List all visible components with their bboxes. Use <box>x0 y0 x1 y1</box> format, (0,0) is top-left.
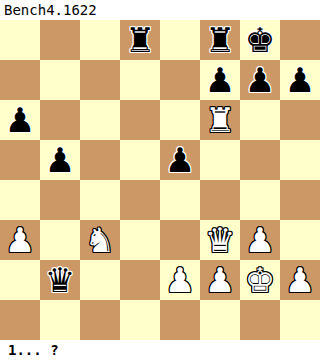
black-pawn: ♟ <box>165 140 195 180</box>
black-king: ♚ <box>245 20 275 60</box>
square-b2[interactable]: ♛ <box>40 260 80 300</box>
square-c7[interactable] <box>80 60 120 100</box>
square-c2[interactable] <box>80 260 120 300</box>
page-title: Bench4.1622 <box>4 2 97 18</box>
white-pawn: ♟ <box>5 220 35 260</box>
white-rook: ♜ <box>205 100 235 140</box>
white-pawn: ♟ <box>285 260 315 300</box>
square-h3[interactable] <box>280 220 320 260</box>
square-h8[interactable] <box>280 20 320 60</box>
square-g2[interactable]: ♚ <box>240 260 280 300</box>
square-a8[interactable] <box>0 20 40 60</box>
white-queen: ♛ <box>205 220 235 260</box>
square-d6[interactable] <box>120 100 160 140</box>
square-b3[interactable] <box>40 220 80 260</box>
white-king: ♚ <box>245 260 275 300</box>
square-a3[interactable]: ♟ <box>0 220 40 260</box>
move-prompt: 1... ? <box>8 342 59 358</box>
square-c3[interactable]: ♞ <box>80 220 120 260</box>
black-queen: ♛ <box>45 260 75 300</box>
title-bar: Bench4.1622 <box>0 0 320 20</box>
square-e7[interactable] <box>160 60 200 100</box>
square-c6[interactable] <box>80 100 120 140</box>
black-rook: ♜ <box>125 20 155 60</box>
square-h1[interactable] <box>280 300 320 340</box>
white-pawn: ♟ <box>165 260 195 300</box>
black-pawn: ♟ <box>45 140 75 180</box>
square-h2[interactable]: ♟ <box>280 260 320 300</box>
square-a6[interactable]: ♟ <box>0 100 40 140</box>
square-c8[interactable] <box>80 20 120 60</box>
square-e3[interactable] <box>160 220 200 260</box>
square-a4[interactable] <box>0 180 40 220</box>
square-h4[interactable] <box>280 180 320 220</box>
square-g3[interactable]: ♟ <box>240 220 280 260</box>
square-b4[interactable] <box>40 180 80 220</box>
black-pawn: ♟ <box>205 60 235 100</box>
square-c5[interactable] <box>80 140 120 180</box>
square-c4[interactable] <box>80 180 120 220</box>
square-e5[interactable]: ♟ <box>160 140 200 180</box>
status-bar: 1... ? <box>0 340 320 360</box>
square-h6[interactable] <box>280 100 320 140</box>
square-a5[interactable] <box>0 140 40 180</box>
white-knight: ♞ <box>85 220 115 260</box>
square-e6[interactable] <box>160 100 200 140</box>
black-pawn: ♟ <box>5 100 35 140</box>
square-f7[interactable]: ♟ <box>200 60 240 100</box>
square-g4[interactable] <box>240 180 280 220</box>
square-d4[interactable] <box>120 180 160 220</box>
square-f8[interactable]: ♜ <box>200 20 240 60</box>
square-g7[interactable]: ♟ <box>240 60 280 100</box>
square-d5[interactable] <box>120 140 160 180</box>
square-a2[interactable] <box>0 260 40 300</box>
square-f5[interactable] <box>200 140 240 180</box>
square-h7[interactable]: ♟ <box>280 60 320 100</box>
white-pawn: ♟ <box>205 260 235 300</box>
chess-board: ♜♜♚♟♟♟♟♜♟♟♟♞♛♟♛♟♟♚♟ <box>0 20 320 340</box>
black-pawn: ♟ <box>245 60 275 100</box>
square-g8[interactable]: ♚ <box>240 20 280 60</box>
square-b7[interactable] <box>40 60 80 100</box>
square-e2[interactable]: ♟ <box>160 260 200 300</box>
square-b6[interactable] <box>40 100 80 140</box>
square-b8[interactable] <box>40 20 80 60</box>
square-f4[interactable] <box>200 180 240 220</box>
square-d7[interactable] <box>120 60 160 100</box>
square-a7[interactable] <box>0 60 40 100</box>
square-h5[interactable] <box>280 140 320 180</box>
square-g6[interactable] <box>240 100 280 140</box>
square-e1[interactable] <box>160 300 200 340</box>
black-pawn: ♟ <box>285 60 315 100</box>
square-f3[interactable]: ♛ <box>200 220 240 260</box>
square-f2[interactable]: ♟ <box>200 260 240 300</box>
square-d3[interactable] <box>120 220 160 260</box>
square-b1[interactable] <box>40 300 80 340</box>
square-d8[interactable]: ♜ <box>120 20 160 60</box>
square-f6[interactable]: ♜ <box>200 100 240 140</box>
square-c1[interactable] <box>80 300 120 340</box>
chess-app-window: Bench4.1622 ♜♜♚♟♟♟♟♜♟♟♟♞♛♟♛♟♟♚♟ 1... ? <box>0 0 320 360</box>
square-d1[interactable] <box>120 300 160 340</box>
square-g5[interactable] <box>240 140 280 180</box>
white-pawn: ♟ <box>245 220 275 260</box>
square-b5[interactable]: ♟ <box>40 140 80 180</box>
square-g1[interactable] <box>240 300 280 340</box>
square-f1[interactable] <box>200 300 240 340</box>
square-e4[interactable] <box>160 180 200 220</box>
square-a1[interactable] <box>0 300 40 340</box>
black-rook: ♜ <box>205 20 235 60</box>
square-e8[interactable] <box>160 20 200 60</box>
square-d2[interactable] <box>120 260 160 300</box>
